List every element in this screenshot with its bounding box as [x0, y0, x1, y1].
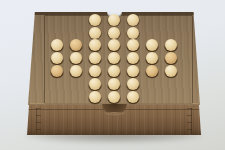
hole-r3c2: [66, 40, 85, 53]
board-corner: [143, 14, 162, 27]
hole-r5c7: [162, 65, 181, 78]
hole-r3c1: [47, 40, 66, 53]
hole-r2c4: [104, 27, 123, 40]
hole-r3c7: [162, 40, 181, 53]
hole-r7c4: [104, 91, 123, 104]
marble-r4c2[interactable]: [70, 52, 82, 64]
board-corner: [47, 14, 66, 27]
marble-r5c2[interactable]: [70, 65, 82, 77]
board-corner: [47, 78, 66, 91]
marble-r4c7[interactable]: [165, 52, 177, 64]
hole-r6c4: [104, 78, 123, 91]
hole-r4c6: [143, 53, 162, 66]
marble-r2c5[interactable]: [127, 27, 139, 39]
hole-r3c6: [143, 40, 162, 53]
hole-r4c5: [124, 53, 143, 66]
marble-r5c4[interactable]: [108, 65, 120, 77]
hole-r5c3: [85, 65, 104, 78]
hole-r7c5: [124, 91, 143, 104]
hole-r2c3: [85, 27, 104, 40]
board-corner: [162, 78, 181, 91]
hole-r5c1: [47, 65, 66, 78]
marble-r3c4[interactable]: [108, 39, 120, 51]
hole-r3c5: [124, 40, 143, 53]
product-photo-scene: [0, 0, 225, 150]
marble-r4c6[interactable]: [146, 52, 158, 64]
marble-r4c3[interactable]: [89, 52, 101, 64]
marble-r3c5[interactable]: [127, 39, 139, 51]
peg-solitaire-grid: [47, 14, 181, 104]
marble-r5c3[interactable]: [89, 65, 101, 77]
marble-r6c4[interactable]: [108, 78, 120, 90]
hole-r7c3: [85, 91, 104, 104]
marble-r6c3[interactable]: [89, 78, 101, 90]
board-corner: [66, 78, 85, 91]
hole-r3c3: [85, 40, 104, 53]
marble-r3c2[interactable]: [70, 39, 82, 51]
marble-r2c4[interactable]: [108, 27, 120, 39]
marble-r7c4[interactable]: [108, 91, 120, 103]
marble-r7c3[interactable]: [89, 91, 101, 103]
hole-r6c5: [124, 78, 143, 91]
board-corner: [162, 91, 181, 104]
hole-r5c5: [124, 65, 143, 78]
corner-joint-right: [187, 108, 192, 134]
marble-r1c5[interactable]: [127, 14, 139, 26]
marble-r3c1[interactable]: [51, 39, 63, 51]
hole-r3c4: [104, 40, 123, 53]
hole-r4c7: [162, 53, 181, 66]
board-corner: [162, 14, 181, 27]
hole-r4c3: [85, 53, 104, 66]
hole-r1c3: [85, 14, 104, 27]
hole-r4c2: [66, 53, 85, 66]
corner-joint-left: [36, 108, 41, 134]
marble-r6c5[interactable]: [127, 78, 139, 90]
board-corner: [66, 27, 85, 40]
hole-r6c3: [85, 78, 104, 91]
marble-r3c7[interactable]: [165, 39, 177, 51]
hole-r1c5: [124, 14, 143, 27]
board-corner: [143, 78, 162, 91]
board-corner: [66, 91, 85, 104]
hole-r4c4: [104, 53, 123, 66]
marble-r7c5[interactable]: [127, 91, 139, 103]
marble-r1c4[interactable]: [108, 14, 120, 26]
board-corner: [162, 27, 181, 40]
board-corner: [143, 91, 162, 104]
hole-r5c2: [66, 65, 85, 78]
marble-r5c5[interactable]: [127, 65, 139, 77]
marble-r4c5[interactable]: [127, 52, 139, 64]
board-corner: [66, 14, 85, 27]
marble-r4c1[interactable]: [51, 52, 63, 64]
marble-r5c1[interactable]: [51, 65, 63, 77]
marble-r3c6[interactable]: [146, 39, 158, 51]
marble-r2c3[interactable]: [89, 27, 101, 39]
marble-r5c6[interactable]: [146, 65, 158, 77]
hole-r5c4: [104, 65, 123, 78]
marble-r5c7[interactable]: [165, 65, 177, 77]
board-corner: [143, 27, 162, 40]
board-corner: [47, 91, 66, 104]
hole-r1c4: [104, 14, 123, 27]
hole-r2c5: [124, 27, 143, 40]
hole-r5c6: [143, 65, 162, 78]
board-corner: [47, 27, 66, 40]
hole-r4c1: [47, 53, 66, 66]
marble-r3c3[interactable]: [89, 39, 101, 51]
marble-r1c3[interactable]: [89, 14, 101, 26]
marble-r4c4[interactable]: [108, 52, 120, 64]
front-notch-highlight: [101, 112, 128, 116]
